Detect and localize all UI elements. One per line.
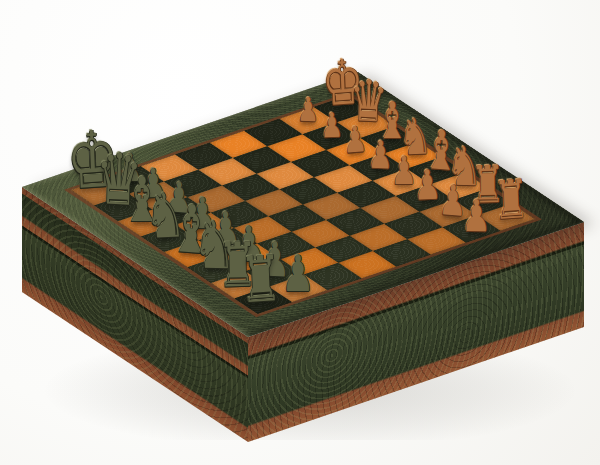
photo-scene: ♚♛♝♞♝♞♜♜♟♟♟♟♟♟♟♟♟♟♟♟♟♟♟♟♚♛♝♞♝♞♜♜ — [0, 0, 600, 465]
